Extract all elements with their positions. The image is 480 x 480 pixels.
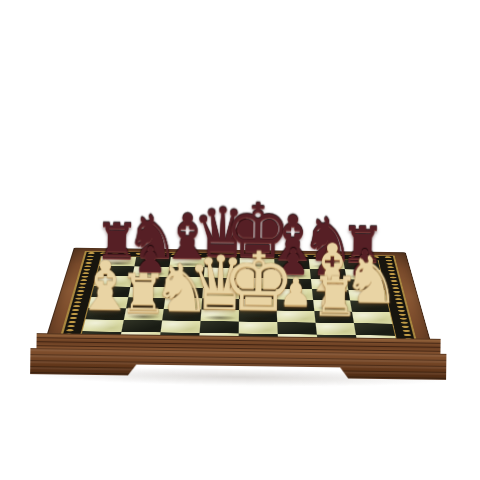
piece-white-r-g3: ♜ (314, 311, 354, 323)
product-photo-chess-set: ♜♞♝♛♚♝♞♜♟♟♟♟♝♟♟♞♝♜♞♛♚♜ (0, 0, 480, 480)
white-r-glyph: ♜ (311, 268, 360, 323)
board-perspective-wrapper: ♜♞♝♛♚♝♞♜♟♟♟♟♝♟♟♞♝♜♞♛♚♜ (0, 0, 480, 480)
scene: ♜♞♝♛♚♝♞♜♟♟♟♟♝♟♟♞♝♜♞♛♚♜ (0, 0, 480, 480)
white-k-glyph: ♚ (222, 240, 296, 322)
piece-white-k-e3: ♚ (239, 310, 277, 322)
